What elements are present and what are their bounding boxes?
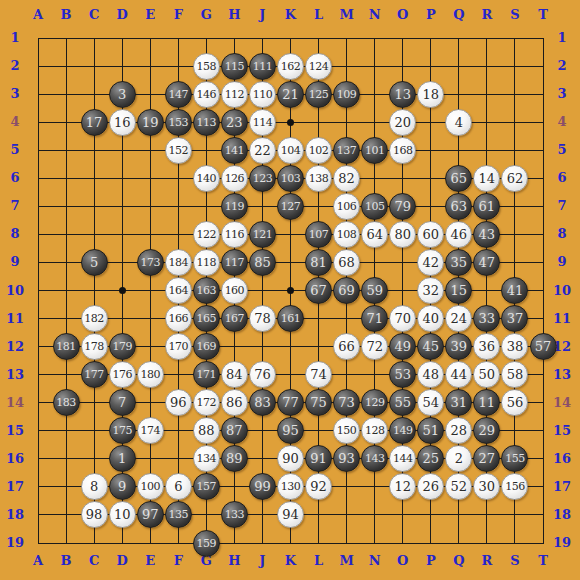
stone-white-K16[interactable]: 90 — [277, 445, 304, 472]
stone-black-O14[interactable]: 55 — [389, 389, 416, 416]
stone-white-O4[interactable]: 20 — [389, 109, 416, 136]
row-label-left: 4 — [4, 114, 26, 130]
stone-white-K17[interactable]: 130 — [277, 473, 304, 500]
stone-white-E13[interactable]: 180 — [137, 361, 164, 388]
stone-black-L3[interactable]: 125 — [305, 81, 332, 108]
row-label-right: 17 — [551, 479, 573, 495]
stone-white-F5[interactable]: 152 — [165, 137, 192, 164]
stone-white-S17[interactable]: 156 — [501, 473, 528, 500]
move-number: 168 — [393, 144, 413, 157]
stone-black-O15[interactable]: 149 — [389, 417, 416, 444]
move-number: 156 — [505, 480, 525, 493]
stone-white-Q8[interactable]: 46 — [445, 221, 472, 248]
row-label-right: 2 — [551, 58, 573, 74]
row-label-left: 2 — [4, 58, 26, 74]
move-number: 30 — [479, 479, 496, 494]
move-number: 138 — [309, 172, 329, 185]
stone-white-S12[interactable]: 38 — [501, 333, 528, 360]
stone-black-C13[interactable]: 177 — [81, 361, 108, 388]
col-label-top: H — [223, 7, 245, 23]
move-number: 93 — [338, 451, 355, 466]
row-label-right: 11 — [551, 311, 573, 327]
stone-white-P10[interactable]: 32 — [417, 277, 444, 304]
stone-white-P14[interactable]: 54 — [417, 389, 444, 416]
stone-white-F12[interactable]: 170 — [165, 333, 192, 360]
stone-black-P15[interactable]: 51 — [417, 417, 444, 444]
stone-black-F4[interactable]: 153 — [165, 109, 192, 136]
move-number: 123 — [253, 172, 273, 185]
stone-black-R15[interactable]: 29 — [473, 417, 500, 444]
stone-white-C17[interactable]: 8 — [81, 473, 108, 500]
stone-white-O17[interactable]: 12 — [389, 473, 416, 500]
move-number: 74 — [310, 367, 327, 382]
col-label-bottom: B — [55, 553, 77, 569]
stone-black-P12[interactable]: 45 — [417, 333, 444, 360]
stone-black-H5[interactable]: 141 — [221, 137, 248, 164]
stone-white-M15[interactable]: 150 — [333, 417, 360, 444]
move-number: 150 — [337, 424, 357, 437]
stone-black-R14[interactable]: 11 — [473, 389, 500, 416]
move-number: 26 — [422, 479, 439, 494]
move-number: 163 — [197, 284, 217, 297]
stone-black-D3[interactable]: 3 — [109, 81, 136, 108]
stone-white-G16[interactable]: 134 — [193, 445, 220, 472]
stone-black-K11[interactable]: 161 — [277, 305, 304, 332]
stone-black-P16[interactable]: 25 — [417, 445, 444, 472]
stone-black-E18[interactable]: 97 — [137, 501, 164, 528]
stone-black-N11[interactable]: 71 — [361, 305, 388, 332]
stone-black-R8[interactable]: 43 — [473, 221, 500, 248]
move-number: 98 — [86, 507, 103, 522]
stone-white-S6[interactable]: 62 — [501, 165, 528, 192]
move-number: 62 — [507, 171, 524, 186]
stone-black-R16[interactable]: 27 — [473, 445, 500, 472]
move-number: 10 — [114, 507, 131, 522]
stone-black-H11[interactable]: 167 — [221, 305, 248, 332]
stone-black-M5[interactable]: 137 — [333, 137, 360, 164]
stone-black-H16[interactable]: 89 — [221, 445, 248, 472]
stone-black-O12[interactable]: 49 — [389, 333, 416, 360]
move-number: 55 — [394, 395, 411, 410]
stone-white-J11[interactable]: 78 — [249, 305, 276, 332]
row-label-right: 8 — [551, 226, 573, 242]
row-label-left: 8 — [4, 226, 26, 242]
stone-white-M7[interactable]: 106 — [333, 193, 360, 220]
stone-white-F17[interactable]: 6 — [165, 473, 192, 500]
stone-white-G2[interactable]: 158 — [193, 53, 220, 80]
stone-black-R11[interactable]: 33 — [473, 305, 500, 332]
move-number: 107 — [309, 228, 329, 241]
move-number: 152 — [169, 144, 189, 157]
star-point — [119, 287, 126, 294]
stone-black-E4[interactable]: 19 — [137, 109, 164, 136]
stone-black-M16[interactable]: 93 — [333, 445, 360, 472]
stone-white-S13[interactable]: 58 — [501, 361, 528, 388]
row-label-left: 7 — [4, 198, 26, 214]
stone-white-D13[interactable]: 176 — [109, 361, 136, 388]
go-board[interactable]: AABBCCDDEEFFGGHHJJKKLLMMNNOOPPQQRRSSTT11… — [0, 0, 580, 580]
stone-black-K15[interactable]: 95 — [277, 417, 304, 444]
stone-white-R17[interactable]: 30 — [473, 473, 500, 500]
stone-black-S11[interactable]: 37 — [501, 305, 528, 332]
stone-black-J6[interactable]: 123 — [249, 165, 276, 192]
move-number: 67 — [310, 283, 327, 298]
stone-white-G6[interactable]: 140 — [193, 165, 220, 192]
move-number: 23 — [226, 115, 243, 130]
stone-white-J3[interactable]: 110 — [249, 81, 276, 108]
col-label-bottom: M — [336, 553, 358, 569]
stone-white-M9[interactable]: 68 — [333, 249, 360, 276]
col-label-top: N — [364, 7, 386, 23]
stone-black-Q14[interactable]: 31 — [445, 389, 472, 416]
stone-black-C4[interactable]: 17 — [81, 109, 108, 136]
stone-black-T12[interactable]: 57 — [530, 333, 557, 360]
stone-white-F11[interactable]: 166 — [165, 305, 192, 332]
stone-black-Q6[interactable]: 65 — [445, 165, 472, 192]
move-number: 69 — [338, 283, 355, 298]
stone-white-P13[interactable]: 48 — [417, 361, 444, 388]
stone-white-D4[interactable]: 16 — [109, 109, 136, 136]
stone-black-N16[interactable]: 143 — [361, 445, 388, 472]
move-number: 32 — [422, 283, 439, 298]
row-label-right: 19 — [551, 535, 573, 551]
move-number: 35 — [451, 255, 468, 270]
row-label-right: 14 — [551, 395, 573, 411]
move-number: 61 — [479, 199, 496, 214]
move-number: 177 — [84, 368, 104, 381]
move-number: 183 — [56, 396, 76, 409]
stone-white-E15[interactable]: 174 — [137, 417, 164, 444]
stone-white-L5[interactable]: 102 — [305, 137, 332, 164]
stone-white-N8[interactable]: 64 — [361, 221, 388, 248]
move-number: 111 — [253, 60, 273, 73]
stone-black-O3[interactable]: 13 — [389, 81, 416, 108]
stone-white-P9[interactable]: 42 — [417, 249, 444, 276]
col-label-bottom: E — [139, 553, 161, 569]
move-number: 80 — [394, 227, 411, 242]
stone-white-R13[interactable]: 50 — [473, 361, 500, 388]
stone-black-G4[interactable]: 113 — [193, 109, 220, 136]
move-number: 36 — [479, 339, 496, 354]
stone-white-Q17[interactable]: 52 — [445, 473, 472, 500]
stone-black-R7[interactable]: 61 — [473, 193, 500, 220]
col-label-bottom: F — [167, 553, 189, 569]
stone-black-H18[interactable]: 133 — [221, 501, 248, 528]
move-number: 13 — [394, 87, 411, 102]
move-number: 31 — [451, 395, 468, 410]
row-label-right: 6 — [551, 170, 573, 186]
stone-white-O11[interactable]: 70 — [389, 305, 416, 332]
stone-white-Q16[interactable]: 2 — [445, 445, 472, 472]
stone-black-N10[interactable]: 59 — [361, 277, 388, 304]
stone-black-J14[interactable]: 83 — [249, 389, 276, 416]
stone-white-J4[interactable]: 114 — [249, 109, 276, 136]
move-number: 116 — [225, 228, 245, 241]
row-label-left: 12 — [4, 339, 26, 355]
stone-black-S10[interactable]: 41 — [501, 277, 528, 304]
stone-white-C12[interactable]: 178 — [81, 333, 108, 360]
move-number: 103 — [281, 172, 301, 185]
stone-white-G15[interactable]: 88 — [193, 417, 220, 444]
stone-white-C18[interactable]: 98 — [81, 501, 108, 528]
stone-white-R6[interactable]: 14 — [473, 165, 500, 192]
move-number: 90 — [282, 451, 299, 466]
stone-black-Q10[interactable]: 15 — [445, 277, 472, 304]
move-number: 114 — [253, 116, 273, 129]
stone-black-G19[interactable]: 159 — [193, 530, 220, 557]
move-number: 63 — [451, 199, 468, 214]
stone-black-F18[interactable]: 135 — [165, 501, 192, 528]
stone-black-C9[interactable]: 5 — [81, 249, 108, 276]
move-number: 104 — [281, 144, 301, 157]
stone-white-M6[interactable]: 82 — [333, 165, 360, 192]
stone-white-L6[interactable]: 138 — [305, 165, 332, 192]
move-number: 33 — [479, 311, 496, 326]
col-label-top: G — [195, 7, 217, 23]
move-number: 8 — [90, 479, 98, 494]
move-number: 64 — [366, 227, 383, 242]
stone-black-J9[interactable]: 85 — [249, 249, 276, 276]
row-label-left: 13 — [4, 367, 26, 383]
stone-white-Q4[interactable]: 4 — [445, 109, 472, 136]
stone-white-F10[interactable]: 164 — [165, 277, 192, 304]
row-label-left: 17 — [4, 479, 26, 495]
col-label-top: P — [420, 7, 442, 23]
move-number: 92 — [310, 479, 327, 494]
move-number: 50 — [479, 367, 496, 382]
stone-black-K6[interactable]: 103 — [277, 165, 304, 192]
col-label-bottom: S — [504, 553, 526, 569]
move-number: 105 — [365, 200, 385, 213]
stone-black-J17[interactable]: 99 — [249, 473, 276, 500]
stone-white-K18[interactable]: 94 — [277, 501, 304, 528]
stone-black-B12[interactable]: 181 — [53, 333, 80, 360]
stone-black-B14[interactable]: 183 — [53, 389, 80, 416]
move-number: 173 — [140, 256, 160, 269]
stone-white-J5[interactable]: 22 — [249, 137, 276, 164]
stone-black-N7[interactable]: 105 — [361, 193, 388, 220]
stone-black-Q9[interactable]: 35 — [445, 249, 472, 276]
stone-black-N5[interactable]: 101 — [361, 137, 388, 164]
move-number: 37 — [507, 311, 524, 326]
stone-white-P11[interactable]: 40 — [417, 305, 444, 332]
stone-white-H13[interactable]: 84 — [221, 361, 248, 388]
stone-white-G14[interactable]: 172 — [193, 389, 220, 416]
stone-black-K3[interactable]: 21 — [277, 81, 304, 108]
move-number: 78 — [254, 311, 271, 326]
stone-black-K7[interactable]: 127 — [277, 193, 304, 220]
stone-white-G8[interactable]: 122 — [193, 221, 220, 248]
stone-black-D15[interactable]: 175 — [109, 417, 136, 444]
stone-white-K2[interactable]: 162 — [277, 53, 304, 80]
stone-white-E17[interactable]: 100 — [137, 473, 164, 500]
stone-black-H15[interactable]: 87 — [221, 417, 248, 444]
col-label-top: J — [251, 7, 273, 23]
stone-black-G10[interactable]: 163 — [193, 277, 220, 304]
move-number: 2 — [455, 451, 463, 466]
stone-black-D17[interactable]: 9 — [109, 473, 136, 500]
move-number: 51 — [422, 423, 439, 438]
stone-white-O16[interactable]: 144 — [389, 445, 416, 472]
stone-black-D12[interactable]: 179 — [109, 333, 136, 360]
stone-black-Q7[interactable]: 63 — [445, 193, 472, 220]
stone-black-G12[interactable]: 169 — [193, 333, 220, 360]
stone-black-F3[interactable]: 147 — [165, 81, 192, 108]
stone-white-N15[interactable]: 128 — [361, 417, 388, 444]
move-number: 46 — [451, 227, 468, 242]
move-number: 124 — [309, 60, 329, 73]
stone-white-S14[interactable]: 56 — [501, 389, 528, 416]
stone-white-R12[interactable]: 36 — [473, 333, 500, 360]
stone-black-N14[interactable]: 129 — [361, 389, 388, 416]
stone-black-J2[interactable]: 111 — [249, 53, 276, 80]
stone-white-H6[interactable]: 126 — [221, 165, 248, 192]
stone-white-M8[interactable]: 108 — [333, 221, 360, 248]
move-number: 21 — [282, 87, 299, 102]
stone-black-L16[interactable]: 91 — [305, 445, 332, 472]
stone-black-D16[interactable]: 1 — [109, 445, 136, 472]
star-point — [287, 119, 294, 126]
move-number: 118 — [197, 256, 217, 269]
stone-white-H3[interactable]: 112 — [221, 81, 248, 108]
stone-black-L10[interactable]: 67 — [305, 277, 332, 304]
stone-black-O13[interactable]: 53 — [389, 361, 416, 388]
move-number: 165 — [197, 312, 217, 325]
stone-black-O7[interactable]: 79 — [389, 193, 416, 220]
col-label-bottom: N — [364, 553, 386, 569]
stone-white-K5[interactable]: 104 — [277, 137, 304, 164]
move-number: 73 — [338, 395, 355, 410]
move-number: 126 — [225, 172, 245, 185]
stone-black-L14[interactable]: 75 — [305, 389, 332, 416]
move-number: 54 — [422, 395, 439, 410]
stone-white-P3[interactable]: 18 — [417, 81, 444, 108]
stone-black-H7[interactable]: 119 — [221, 193, 248, 220]
row-label-left: 15 — [4, 423, 26, 439]
move-number: 19 — [142, 115, 159, 130]
stone-black-D14[interactable]: 7 — [109, 389, 136, 416]
col-label-top: C — [83, 7, 105, 23]
move-number: 130 — [281, 480, 301, 493]
stone-white-Q13[interactable]: 44 — [445, 361, 472, 388]
stone-black-J8[interactable]: 121 — [249, 221, 276, 248]
stone-black-K14[interactable]: 77 — [277, 389, 304, 416]
move-number: 52 — [451, 479, 468, 494]
stone-white-G9[interactable]: 118 — [193, 249, 220, 276]
move-number: 110 — [253, 88, 273, 101]
move-number: 101 — [365, 144, 385, 157]
stone-white-H14[interactable]: 86 — [221, 389, 248, 416]
row-label-right: 15 — [551, 423, 573, 439]
stone-black-M10[interactable]: 69 — [333, 277, 360, 304]
stone-black-S16[interactable]: 155 — [501, 445, 528, 472]
stone-black-L9[interactable]: 81 — [305, 249, 332, 276]
col-label-bottom: O — [392, 553, 414, 569]
stone-white-F14[interactable]: 96 — [165, 389, 192, 416]
col-label-bottom: L — [308, 553, 330, 569]
stone-white-O8[interactable]: 80 — [389, 221, 416, 248]
move-number: 75 — [310, 395, 327, 410]
stone-white-Q15[interactable]: 28 — [445, 417, 472, 444]
stone-black-H4[interactable]: 23 — [221, 109, 248, 136]
move-number: 47 — [479, 255, 496, 270]
move-number: 108 — [337, 228, 357, 241]
move-number: 181 — [56, 340, 76, 353]
stone-black-H9[interactable]: 117 — [221, 249, 248, 276]
stone-black-R9[interactable]: 47 — [473, 249, 500, 276]
stone-white-Q11[interactable]: 24 — [445, 305, 472, 332]
stone-black-G13[interactable]: 171 — [193, 361, 220, 388]
stone-white-G3[interactable]: 146 — [193, 81, 220, 108]
row-label-right: 1 — [551, 30, 573, 46]
move-number: 57 — [535, 339, 552, 354]
col-label-bottom: R — [476, 553, 498, 569]
stone-black-Q12[interactable]: 39 — [445, 333, 472, 360]
stone-white-L17[interactable]: 92 — [305, 473, 332, 500]
stone-white-O5[interactable]: 168 — [389, 137, 416, 164]
stone-black-H2[interactable]: 115 — [221, 53, 248, 80]
stone-black-M14[interactable]: 73 — [333, 389, 360, 416]
stone-white-J13[interactable]: 76 — [249, 361, 276, 388]
stone-white-P17[interactable]: 26 — [417, 473, 444, 500]
move-number: 91 — [310, 451, 327, 466]
move-number: 96 — [170, 395, 187, 410]
move-number: 20 — [394, 115, 411, 130]
row-label-left: 10 — [4, 283, 26, 299]
stone-black-L8[interactable]: 107 — [305, 221, 332, 248]
row-label-right: 3 — [551, 86, 573, 102]
move-number: 22 — [254, 143, 271, 158]
move-number: 141 — [225, 144, 245, 157]
move-number: 84 — [226, 367, 243, 382]
stone-white-F9[interactable]: 184 — [165, 249, 192, 276]
stone-black-M3[interactable]: 109 — [333, 81, 360, 108]
move-number: 172 — [197, 396, 217, 409]
move-number: 82 — [338, 171, 355, 186]
row-label-left: 18 — [4, 507, 26, 523]
move-number: 17 — [86, 115, 103, 130]
move-number: 170 — [169, 340, 189, 353]
stone-white-C11[interactable]: 182 — [81, 305, 108, 332]
stone-black-G11[interactable]: 165 — [193, 305, 220, 332]
col-label-top: D — [111, 7, 133, 23]
stone-white-L2[interactable]: 124 — [305, 53, 332, 80]
col-label-top: A — [27, 7, 49, 23]
stone-white-H10[interactable]: 160 — [221, 277, 248, 304]
stone-white-M12[interactable]: 66 — [333, 333, 360, 360]
move-number: 99 — [254, 479, 271, 494]
move-number: 87 — [226, 423, 243, 438]
col-label-top: F — [167, 7, 189, 23]
move-number: 119 — [225, 200, 245, 213]
stone-white-D18[interactable]: 10 — [109, 501, 136, 528]
move-number: 144 — [393, 452, 413, 465]
move-number: 122 — [197, 228, 217, 241]
stone-white-N12[interactable]: 72 — [361, 333, 388, 360]
move-number: 160 — [225, 284, 245, 297]
move-number: 146 — [197, 88, 217, 101]
move-number: 155 — [505, 452, 525, 465]
col-label-bottom: C — [83, 553, 105, 569]
move-number: 157 — [197, 480, 217, 493]
stone-white-H8[interactable]: 116 — [221, 221, 248, 248]
move-number: 171 — [197, 368, 217, 381]
stone-black-E9[interactable]: 173 — [137, 249, 164, 276]
move-number: 44 — [451, 367, 468, 382]
stone-black-G17[interactable]: 157 — [193, 473, 220, 500]
stone-white-L13[interactable]: 74 — [305, 361, 332, 388]
stone-white-P8[interactable]: 60 — [417, 221, 444, 248]
